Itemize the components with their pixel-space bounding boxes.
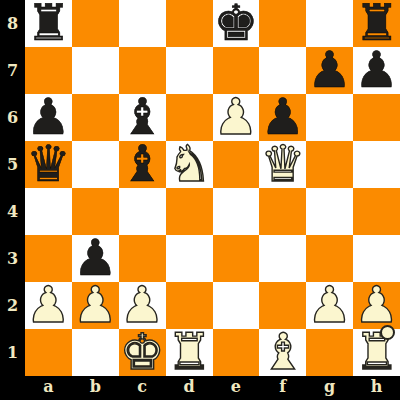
square-e1[interactable] — [213, 329, 260, 376]
white-knight[interactable]: ♞ — [167, 141, 212, 188]
square-d1[interactable]: ♜ — [166, 329, 213, 376]
square-e7[interactable] — [213, 47, 260, 94]
square-c7[interactable] — [119, 47, 166, 94]
square-a7[interactable] — [25, 47, 72, 94]
file-label-b: b — [72, 376, 119, 400]
white-pawn[interactable]: ♟ — [307, 282, 352, 329]
black-bishop[interactable]: ♝ — [120, 141, 165, 188]
rank-label-6: 6 — [0, 94, 25, 141]
square-g2[interactable]: ♟ — [306, 282, 353, 329]
square-c3[interactable] — [119, 235, 166, 282]
black-rook[interactable]: ♜ — [26, 0, 71, 47]
square-d3[interactable] — [166, 235, 213, 282]
square-a1[interactable] — [25, 329, 72, 376]
file-label-a: a — [25, 376, 72, 400]
square-a6[interactable]: ♟ — [25, 94, 72, 141]
white-rook[interactable]: ♜ — [167, 329, 212, 376]
chess-board-frame: 87654321 ♜♚♜♟♟♟♝♟♟♛♝♞♛♟♟♟♟♟♟♚♜♝♜ abcdefg… — [0, 0, 400, 400]
square-b1[interactable] — [72, 329, 119, 376]
rank-label-5: 5 — [0, 141, 25, 188]
square-g1[interactable] — [306, 329, 353, 376]
black-queen[interactable]: ♛ — [26, 141, 71, 188]
white-pawn[interactable]: ♟ — [214, 94, 259, 141]
board: ♜♚♜♟♟♟♝♟♟♛♝♞♛♟♟♟♟♟♟♚♜♝♜ — [25, 0, 400, 376]
white-bishop[interactable]: ♝ — [260, 329, 305, 376]
square-h3[interactable] — [353, 235, 400, 282]
move-marker-circle — [380, 325, 395, 340]
file-label-e: e — [213, 376, 260, 400]
square-b4[interactable] — [72, 188, 119, 235]
square-h4[interactable] — [353, 188, 400, 235]
rank-labels: 87654321 — [0, 0, 25, 376]
square-e2[interactable] — [213, 282, 260, 329]
square-g4[interactable] — [306, 188, 353, 235]
square-d6[interactable] — [166, 94, 213, 141]
square-c2[interactable]: ♟ — [119, 282, 166, 329]
white-pawn[interactable]: ♟ — [354, 282, 399, 329]
square-f5[interactable]: ♛ — [259, 141, 306, 188]
square-d7[interactable] — [166, 47, 213, 94]
square-e8[interactable]: ♚ — [213, 0, 260, 47]
square-h6[interactable] — [353, 94, 400, 141]
square-e5[interactable] — [213, 141, 260, 188]
black-rook[interactable]: ♜ — [354, 0, 399, 47]
square-f7[interactable] — [259, 47, 306, 94]
square-c6[interactable]: ♝ — [119, 94, 166, 141]
square-b2[interactable]: ♟ — [72, 282, 119, 329]
square-d5[interactable]: ♞ — [166, 141, 213, 188]
black-pawn[interactable]: ♟ — [260, 94, 305, 141]
square-b8[interactable] — [72, 0, 119, 47]
rank-label-4: 4 — [0, 188, 25, 235]
black-pawn[interactable]: ♟ — [73, 235, 118, 282]
file-label-g: g — [306, 376, 353, 400]
rank-label-1: 1 — [0, 329, 25, 376]
square-h2[interactable]: ♟ — [353, 282, 400, 329]
white-pawn[interactable]: ♟ — [26, 282, 71, 329]
square-a8[interactable]: ♜ — [25, 0, 72, 47]
square-f6[interactable]: ♟ — [259, 94, 306, 141]
file-label-h: h — [353, 376, 400, 400]
square-d8[interactable] — [166, 0, 213, 47]
square-b7[interactable] — [72, 47, 119, 94]
square-c1[interactable]: ♚ — [119, 329, 166, 376]
square-c4[interactable] — [119, 188, 166, 235]
square-a2[interactable]: ♟ — [25, 282, 72, 329]
square-g6[interactable] — [306, 94, 353, 141]
square-b6[interactable] — [72, 94, 119, 141]
black-king[interactable]: ♚ — [214, 0, 259, 47]
square-d4[interactable] — [166, 188, 213, 235]
square-f3[interactable] — [259, 235, 306, 282]
square-a5[interactable]: ♛ — [25, 141, 72, 188]
rank-label-8: 8 — [0, 0, 25, 47]
file-labels: abcdefgh — [25, 376, 400, 400]
square-e3[interactable] — [213, 235, 260, 282]
file-label-c: c — [119, 376, 166, 400]
square-e6[interactable]: ♟ — [213, 94, 260, 141]
square-f8[interactable] — [259, 0, 306, 47]
black-pawn[interactable]: ♟ — [354, 47, 399, 94]
square-a3[interactable] — [25, 235, 72, 282]
rank-label-3: 3 — [0, 235, 25, 282]
square-g5[interactable] — [306, 141, 353, 188]
square-g7[interactable]: ♟ — [306, 47, 353, 94]
white-king[interactable]: ♚ — [120, 329, 165, 376]
file-label-f: f — [259, 376, 306, 400]
square-b3[interactable]: ♟ — [72, 235, 119, 282]
square-e4[interactable] — [213, 188, 260, 235]
square-d2[interactable] — [166, 282, 213, 329]
file-label-d: d — [166, 376, 213, 400]
black-bishop[interactable]: ♝ — [120, 94, 165, 141]
square-a4[interactable] — [25, 188, 72, 235]
square-b5[interactable] — [72, 141, 119, 188]
square-f2[interactable] — [259, 282, 306, 329]
white-pawn[interactable]: ♟ — [73, 282, 118, 329]
square-c5[interactable]: ♝ — [119, 141, 166, 188]
white-pawn[interactable]: ♟ — [120, 282, 165, 329]
rank-label-7: 7 — [0, 47, 25, 94]
square-h7[interactable]: ♟ — [353, 47, 400, 94]
black-pawn[interactable]: ♟ — [307, 47, 352, 94]
rank-label-2: 2 — [0, 282, 25, 329]
square-c8[interactable] — [119, 0, 166, 47]
white-queen[interactable]: ♛ — [260, 141, 305, 188]
square-h5[interactable] — [353, 141, 400, 188]
square-f4[interactable] — [259, 188, 306, 235]
black-pawn[interactable]: ♟ — [26, 94, 71, 141]
square-g8[interactable] — [306, 0, 353, 47]
square-g3[interactable] — [306, 235, 353, 282]
square-f1[interactable]: ♝ — [259, 329, 306, 376]
square-h8[interactable]: ♜ — [353, 0, 400, 47]
